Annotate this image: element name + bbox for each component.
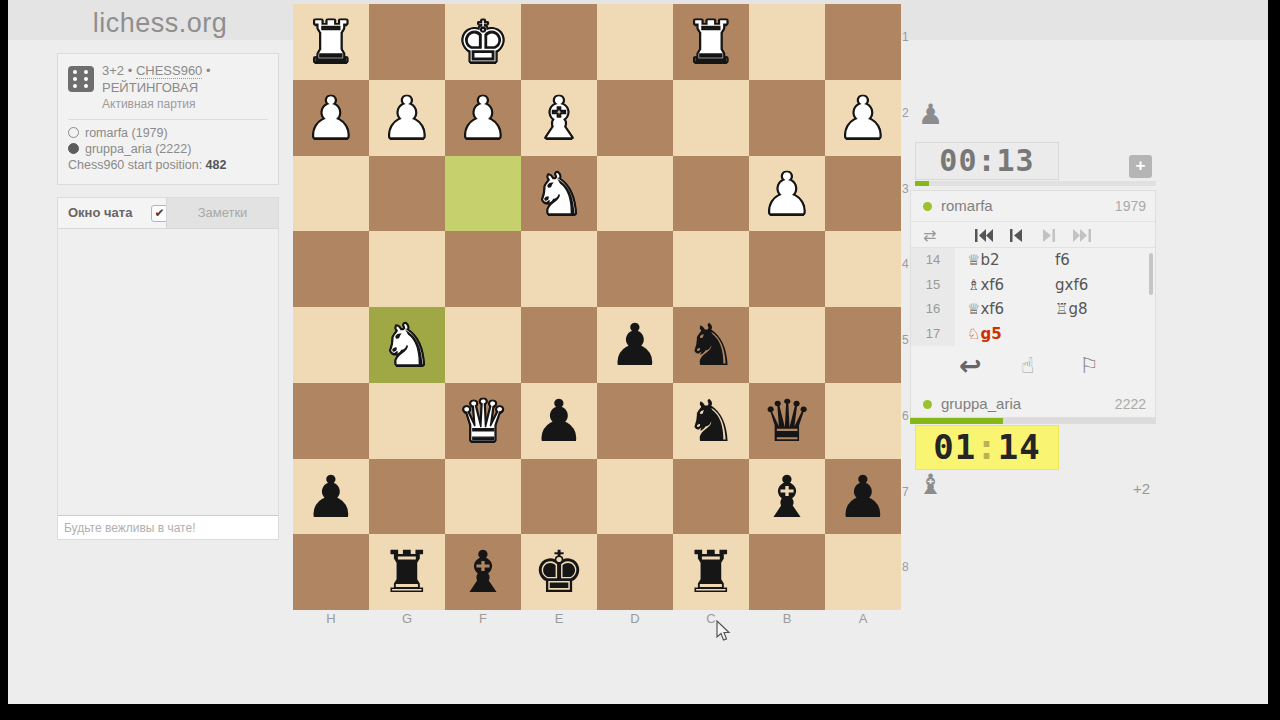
square-f7[interactable] xyxy=(445,459,521,535)
square-h5[interactable] xyxy=(293,307,369,383)
square-a4[interactable] xyxy=(825,231,901,307)
white-rook[interactable]: ♜ xyxy=(673,4,749,80)
square-e6[interactable]: ♟ xyxy=(521,383,597,459)
white-color-icon xyxy=(68,127,79,138)
white-clock: 00:13 xyxy=(915,142,1059,180)
black-player-name[interactable]: gruppa_aria xyxy=(941,389,1021,419)
square-f2[interactable]: ♟ xyxy=(445,80,521,156)
white-knight[interactable]: ♞ xyxy=(521,156,597,232)
white-bishop[interactable]: ♝ xyxy=(521,80,597,156)
white-pawn[interactable]: ♟ xyxy=(445,80,521,156)
black-move[interactable]: f6 xyxy=(1055,248,1070,273)
resign-flag-icon[interactable]: ⚐ xyxy=(1079,346,1099,386)
divider xyxy=(68,119,268,120)
move-number: 14 xyxy=(911,248,955,273)
square-d3[interactable] xyxy=(597,156,673,232)
black-pawn[interactable]: ♟ xyxy=(597,307,673,383)
square-b7[interactable]: ♝ xyxy=(749,459,825,535)
time-control: 3+2 xyxy=(102,63,124,78)
give-time-button[interactable]: + xyxy=(1129,155,1152,178)
chat-card: Окно чата ✔ Заметки xyxy=(57,197,279,540)
move-number: 15 xyxy=(911,273,955,298)
white-pawn[interactable]: ♟ xyxy=(749,156,825,232)
black-move[interactable]: gxf6 xyxy=(1055,273,1088,298)
square-d1[interactable] xyxy=(597,4,673,80)
white-move[interactable]: ♕b2 xyxy=(967,248,1000,273)
tab-notes[interactable]: Заметки xyxy=(166,198,278,228)
move-number: 16 xyxy=(911,297,955,322)
move-row-17: 17♘g5 xyxy=(911,322,1155,347)
square-h8[interactable] xyxy=(293,534,369,610)
white-move[interactable]: ♘g5 xyxy=(967,322,1002,347)
square-e1[interactable] xyxy=(521,4,597,80)
rank-label-1: 1 xyxy=(902,30,916,44)
rank-label-2: 2 xyxy=(902,106,916,120)
square-a2[interactable]: ♟ xyxy=(825,80,901,156)
flip-board-icon[interactable]: ⇄ xyxy=(923,223,936,248)
file-label-h: H xyxy=(293,610,369,628)
first-move-button[interactable] xyxy=(975,229,994,242)
square-h1[interactable]: ♜ xyxy=(293,4,369,80)
white-rook[interactable]: ♜ xyxy=(293,4,369,80)
captured-pawn-icon: ♟ xyxy=(918,100,943,130)
file-label-a: A xyxy=(825,610,901,628)
previous-move-button[interactable] xyxy=(1010,229,1023,242)
square-f6[interactable]: ♛ xyxy=(445,383,521,459)
white-time-bar xyxy=(915,181,1156,186)
black-knight[interactable]: ♞ xyxy=(673,307,749,383)
chess960-dice-icon xyxy=(68,66,94,92)
square-g3[interactable] xyxy=(369,156,445,232)
square-d6[interactable] xyxy=(597,383,673,459)
white-move[interactable]: ♕xf6 xyxy=(967,297,1004,322)
move-nav-bar: ⇄ xyxy=(911,221,1155,248)
square-e3[interactable]: ♞ xyxy=(521,156,597,232)
square-a7[interactable]: ♟ xyxy=(825,459,901,535)
square-f1[interactable]: ♚ xyxy=(445,4,521,80)
move-list-scrollbar[interactable] xyxy=(1149,253,1153,295)
square-h7[interactable]: ♟ xyxy=(293,459,369,535)
square-e4[interactable] xyxy=(521,231,597,307)
square-g5[interactable]: ♞ xyxy=(369,307,445,383)
square-a6[interactable] xyxy=(825,383,901,459)
file-label-d: D xyxy=(597,610,673,628)
rank-label-7: 7 xyxy=(902,485,916,499)
square-g4[interactable] xyxy=(369,231,445,307)
square-e7[interactable] xyxy=(521,459,597,535)
square-g7[interactable] xyxy=(369,459,445,535)
file-label-b: B xyxy=(749,610,825,628)
game-status: Активная партия xyxy=(102,96,268,113)
move-row-15: 15♗xf6gxf6 xyxy=(911,273,1155,298)
square-c1[interactable]: ♜ xyxy=(673,4,749,80)
square-b4[interactable] xyxy=(749,231,825,307)
file-label-e: E xyxy=(521,610,597,628)
black-color-icon xyxy=(68,143,79,154)
next-move-button[interactable] xyxy=(1042,229,1055,242)
start-position-number: 482 xyxy=(206,158,227,172)
white-player-line: romarfa (1979) xyxy=(68,125,268,141)
black-time-bar xyxy=(910,418,1156,424)
game-setup-line: 3+2 • CHESS960 • xyxy=(102,62,268,79)
draw-offer-hand-icon[interactable]: ☝ xyxy=(1021,346,1034,386)
black-pawn[interactable]: ♟ xyxy=(521,383,597,459)
black-king[interactable]: ♚ xyxy=(521,534,597,610)
material-advantage: +2 xyxy=(1133,480,1150,497)
move-list[interactable]: 14♕b2f615♗xf6gxf616♕xf6♖g817♘g5 xyxy=(911,248,1155,346)
square-g8[interactable]: ♜ xyxy=(369,534,445,610)
square-d2[interactable] xyxy=(597,80,673,156)
game-panel-card: romarfa 1979 ⇄ 14♕b2f xyxy=(910,190,1156,418)
square-a8[interactable] xyxy=(825,534,901,610)
black-rook[interactable]: ♜ xyxy=(673,534,749,610)
square-f4[interactable] xyxy=(445,231,521,307)
game-info-card: 3+2 • CHESS960 • РЕЙТИНГОВАЯ Активная па… xyxy=(57,53,279,185)
square-h6[interactable] xyxy=(293,383,369,459)
square-d8[interactable] xyxy=(597,534,673,610)
white-pawn[interactable]: ♟ xyxy=(293,80,369,156)
white-king[interactable]: ♚ xyxy=(445,4,521,80)
square-f3[interactable] xyxy=(445,156,521,232)
square-a5[interactable] xyxy=(825,307,901,383)
square-b1[interactable] xyxy=(749,4,825,80)
square-b5[interactable] xyxy=(749,307,825,383)
file-label-f: F xyxy=(445,610,521,628)
file-label-c: C xyxy=(673,610,749,628)
black-pawn[interactable]: ♟ xyxy=(825,459,901,535)
square-d7[interactable] xyxy=(597,459,673,535)
square-c5[interactable]: ♞ xyxy=(673,307,749,383)
square-d5[interactable]: ♟ xyxy=(597,307,673,383)
game-info-lines: 3+2 • CHESS960 • РЕЙТИНГОВАЯ Активная па… xyxy=(102,62,268,113)
move-row-16: 16♕xf6♖g8 xyxy=(911,297,1155,322)
start-position-line: Chess960 start position: 482 xyxy=(68,157,268,174)
black-queen[interactable]: ♛ xyxy=(749,383,825,459)
square-c3[interactable] xyxy=(673,156,749,232)
black-player-row: gruppa_aria 2222 xyxy=(911,389,1155,419)
rated-label: РЕЙТИНГОВАЯ xyxy=(102,79,268,96)
move-row-14: 14♕b2f6 xyxy=(911,248,1155,273)
black-pawn[interactable]: ♟ xyxy=(293,459,369,535)
square-g2[interactable]: ♟ xyxy=(369,80,445,156)
square-c8[interactable]: ♜ xyxy=(673,534,749,610)
online-dot xyxy=(923,202,932,211)
captured-bishop-icon: ♝ xyxy=(918,470,943,500)
online-dot xyxy=(923,400,932,409)
square-b6[interactable]: ♛ xyxy=(749,383,825,459)
square-c6[interactable]: ♞ xyxy=(673,383,749,459)
black-rook[interactable]: ♜ xyxy=(369,534,445,610)
square-h2[interactable]: ♟ xyxy=(293,80,369,156)
black-player-rating: 2222 xyxy=(1115,389,1146,419)
move-number: 17 xyxy=(911,322,955,347)
square-g6[interactable] xyxy=(369,383,445,459)
square-c2[interactable] xyxy=(673,80,749,156)
lichess-game-page: lichess.org 3+2 • CHESS960 • РЕЙТИНГОВАЯ… xyxy=(0,0,1280,720)
white-player-name[interactable]: romarfa xyxy=(941,191,993,221)
square-e5[interactable] xyxy=(521,307,597,383)
white-player-rating: 1979 xyxy=(1115,191,1146,221)
tab-chat[interactable]: Окно чата xyxy=(68,198,132,228)
white-knight[interactable]: ♞ xyxy=(369,307,445,383)
white-pawn[interactable]: ♟ xyxy=(825,80,901,156)
square-a1[interactable] xyxy=(825,4,901,80)
letterbox-right xyxy=(1268,0,1280,720)
rank-label-8: 8 xyxy=(902,560,916,574)
black-move[interactable]: ♖g8 xyxy=(1055,297,1088,322)
square-h3[interactable] xyxy=(293,156,369,232)
square-f5[interactable] xyxy=(445,307,521,383)
square-e2[interactable]: ♝ xyxy=(521,80,597,156)
black-bishop[interactable]: ♝ xyxy=(445,534,521,610)
square-d4[interactable] xyxy=(597,231,673,307)
square-a3[interactable] xyxy=(825,156,901,232)
square-c4[interactable] xyxy=(673,231,749,307)
black-clock-active: 01:14 xyxy=(915,425,1059,470)
square-c7[interactable] xyxy=(673,459,749,535)
square-b8[interactable] xyxy=(749,534,825,610)
white-player-row: romarfa 1979 xyxy=(911,191,1155,221)
square-h4[interactable] xyxy=(293,231,369,307)
square-g1[interactable] xyxy=(369,4,445,80)
white-queen[interactable]: ♛ xyxy=(445,383,521,459)
chess-board[interactable]: ♜♚♜♟♟♟♝♟♞♟♞♟♞♛♟♞♛♟♝♟♜♝♚♜ xyxy=(293,4,901,610)
black-bishop[interactable]: ♝ xyxy=(749,459,825,535)
file-label-g: G xyxy=(369,610,445,628)
mouse-cursor xyxy=(716,620,731,642)
black-knight[interactable]: ♞ xyxy=(673,383,749,459)
letterbox-bottom xyxy=(0,704,1280,720)
lichess-logo[interactable]: lichess.org xyxy=(40,0,280,46)
game-actions-row: ↩ ☝ ⚐ xyxy=(911,346,1155,388)
variant-link[interactable]: CHESS960 xyxy=(136,63,202,79)
chat-input[interactable] xyxy=(58,515,278,539)
square-e8[interactable]: ♚ xyxy=(521,534,597,610)
black-player-line: gruppa_aria (2222) xyxy=(68,141,268,157)
square-b2[interactable] xyxy=(749,80,825,156)
takeback-icon[interactable]: ↩ xyxy=(959,346,982,386)
white-pawn[interactable]: ♟ xyxy=(369,80,445,156)
square-b3[interactable]: ♟ xyxy=(749,156,825,232)
white-move[interactable]: ♗xf6 xyxy=(967,273,1004,298)
square-f8[interactable]: ♝ xyxy=(445,534,521,610)
chat-header: Окно чата ✔ Заметки xyxy=(58,198,278,229)
last-move-button[interactable] xyxy=(1072,229,1091,242)
letterbox-left xyxy=(0,0,8,720)
